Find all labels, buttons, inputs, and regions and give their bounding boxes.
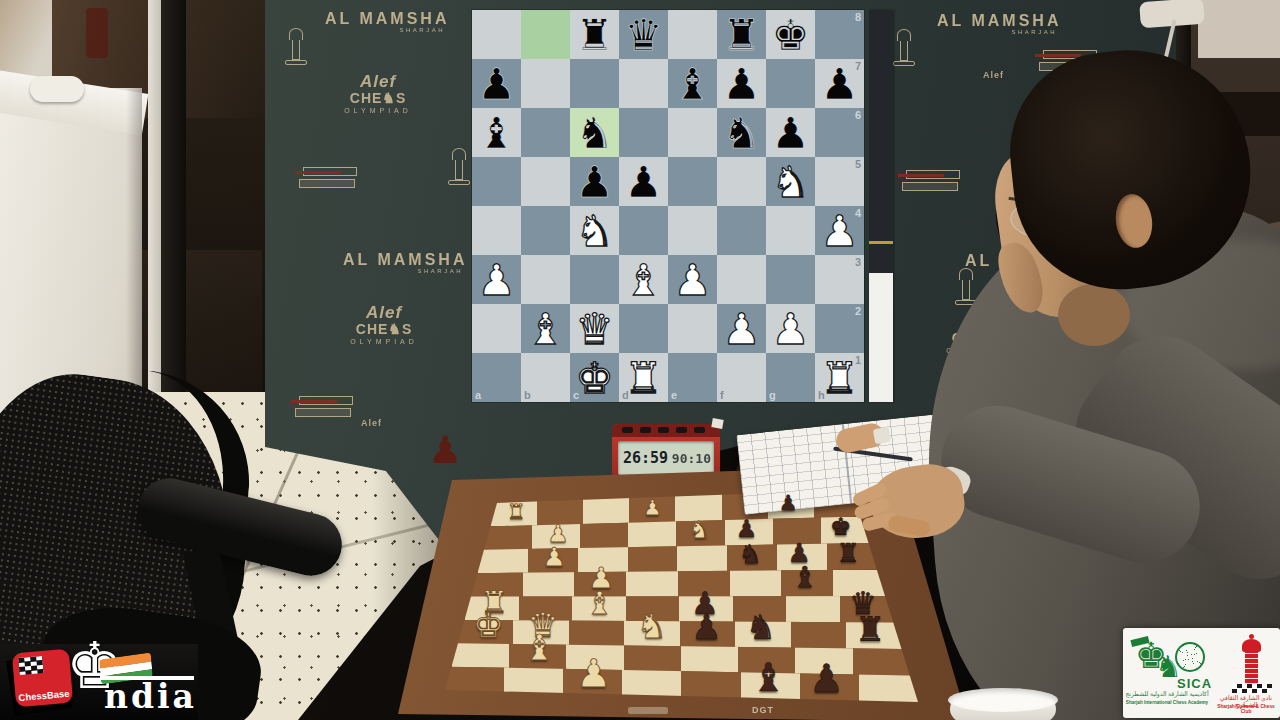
- square-h7: 7♟: [815, 59, 864, 108]
- piece-g5: ♞: [766, 157, 815, 206]
- square-b6: [521, 108, 570, 157]
- square-h8: 8: [815, 10, 864, 59]
- player-neck: [1058, 284, 1130, 346]
- board-front-print: [628, 707, 668, 714]
- square-a2: [472, 304, 521, 353]
- square-d1: d♜: [619, 353, 668, 402]
- physical-piece-a6: ♝: [751, 657, 786, 696]
- square-d7: [619, 59, 668, 108]
- piece-g8: ♚: [766, 10, 815, 59]
- file-label-b: b: [524, 389, 531, 401]
- square-d5: ♟: [619, 157, 668, 206]
- square-a5: [472, 157, 521, 206]
- piece-c5: ♟: [570, 157, 619, 206]
- sica-arabic-name: أكاديمية الشارقة الدولية للشطرنج: [1125, 690, 1209, 697]
- piece-a6: ♝: [472, 108, 521, 157]
- evaluation-marker: [869, 241, 893, 244]
- square-h3: 3: [815, 255, 864, 304]
- square-c7: [570, 59, 619, 108]
- square-b5: [521, 157, 570, 206]
- square-e4: [668, 206, 717, 255]
- broadcast-frame: AL MAMSHASHARJAHAL MAMSHASHARJAHAL MAMSH…: [0, 0, 1280, 720]
- square-g7: [766, 59, 815, 108]
- square-c4: ♞: [570, 206, 619, 255]
- square-a7: ♟: [472, 59, 521, 108]
- square-c6: ♞: [570, 108, 619, 157]
- shirt-cuff: [873, 427, 891, 445]
- physical-piece-g6: ♟: [736, 517, 758, 541]
- physical-piece-f8: ♜: [836, 540, 859, 566]
- physical-piece-b2: ♝: [523, 631, 555, 667]
- piece-a7: ♟: [472, 59, 521, 108]
- square-a1: a: [472, 353, 521, 402]
- square-a3: ♟: [472, 255, 521, 304]
- square-e3: ♟: [668, 255, 717, 304]
- square-a4: [472, 206, 521, 255]
- board-brand-label: DGT: [752, 705, 774, 715]
- square-g1: g: [766, 353, 815, 402]
- checkered-base-icon: [1232, 684, 1272, 693]
- square-f4: [717, 206, 766, 255]
- physical-piece-h1: ♜: [507, 502, 526, 523]
- square-e7: ♝: [668, 59, 717, 108]
- file-label-e: e: [671, 389, 677, 401]
- physical-piece-h4: ♟: [643, 497, 662, 518]
- ferris-wheel-icon: [1175, 642, 1205, 672]
- square-d2: [619, 304, 668, 353]
- square-h5: 5: [815, 157, 864, 206]
- physical-piece-a3: ♟: [576, 653, 611, 692]
- piece-h4: ♟: [815, 206, 864, 255]
- physical-piece-f6: ♞: [739, 541, 762, 567]
- square-g4: [766, 206, 815, 255]
- square-c8: ♜: [570, 10, 619, 59]
- piece-f2: ♟: [717, 304, 766, 353]
- piece-f8: ♜: [717, 10, 766, 59]
- piece-d3: ♝: [619, 255, 668, 304]
- square-d8: ♛: [619, 10, 668, 59]
- evaluation-bar: [869, 10, 893, 402]
- physical-piece-f2: ♟: [543, 544, 566, 570]
- piece-b2: ♝: [521, 304, 570, 353]
- square-f1: f: [717, 353, 766, 402]
- physical-piece-h7: ♟: [779, 493, 798, 514]
- square-f3: [717, 255, 766, 304]
- square-d3: ♝: [619, 255, 668, 304]
- piece-c8: ♜: [570, 10, 619, 59]
- square-h2: 2: [815, 304, 864, 353]
- cup-rim: [948, 688, 1058, 712]
- square-d4: [619, 206, 668, 255]
- square-c1: c♚: [570, 353, 619, 402]
- square-f7: ♟: [717, 59, 766, 108]
- square-b1: b: [521, 353, 570, 402]
- square-d6: [619, 108, 668, 157]
- chessbase-logo: ChessBase: [12, 649, 73, 708]
- sica-english-name: Sharjah International Chess Academy: [1125, 700, 1209, 705]
- physical-piece-g5: ♞: [689, 518, 711, 542]
- square-e8: [668, 10, 717, 59]
- chessbase-label: ChessBase: [15, 687, 73, 703]
- physical-piece-c4: ♞: [637, 609, 667, 643]
- sica-acronym: SICA: [1177, 676, 1212, 691]
- club-english-name: Sharjah Cultural & Chess Club: [1213, 704, 1279, 714]
- digital-chessboard: ♜♛♜♚8♟♝♟7♟♝♞♞♟6♟♟♞5♞4♟♟♝♟3♝♛♟♟2abc♚d♜efg…: [472, 10, 864, 402]
- sponsor-card: ♚ ♞ SICA أكاديمية الشارقة الدولية للشطرن…: [1123, 628, 1280, 718]
- physical-piece-d3: ♝: [585, 587, 613, 618]
- square-f8: ♜: [717, 10, 766, 59]
- piece-d1: ♜: [619, 353, 668, 402]
- square-f6: ♞: [717, 108, 766, 157]
- file-label-f: f: [720, 389, 724, 401]
- piece-e3: ♟: [668, 255, 717, 304]
- square-b7: [521, 59, 570, 108]
- rank-label-5: 5: [855, 158, 861, 170]
- square-h1: 1h♜: [815, 353, 864, 402]
- square-h4: 4♟: [815, 206, 864, 255]
- board-row: [471, 570, 885, 597]
- piece-g2: ♟: [766, 304, 815, 353]
- piece-g6: ♟: [766, 108, 815, 157]
- piece-d5: ♟: [619, 157, 668, 206]
- square-b8: [521, 10, 570, 59]
- square-f5: [717, 157, 766, 206]
- square-e6: [668, 108, 717, 157]
- chessboard-pattern-icon: [18, 656, 43, 675]
- square-g5: ♞: [766, 157, 815, 206]
- physical-piece-g8: ♚: [830, 515, 852, 539]
- square-c2: ♛: [570, 304, 619, 353]
- square-b4: [521, 206, 570, 255]
- piece-h1: ♜: [815, 353, 864, 402]
- rank-label-6: 6: [855, 109, 861, 121]
- piece-c1: ♚: [570, 353, 619, 402]
- square-e5: [668, 157, 717, 206]
- piece-e7: ♝: [668, 59, 717, 108]
- physical-piece-a7: ♟: [809, 658, 844, 697]
- tower-body-icon: [1245, 652, 1258, 684]
- piece-f6: ♞: [717, 108, 766, 157]
- piece-a3: ♟: [472, 255, 521, 304]
- physical-piece-c8: ♜: [855, 612, 885, 646]
- square-e2: [668, 304, 717, 353]
- piece-f7: ♟: [717, 59, 766, 108]
- paper-cup: [948, 688, 1058, 720]
- file-label-a: a: [475, 389, 481, 401]
- rank-label-3: 3: [855, 256, 861, 268]
- square-b3: [521, 255, 570, 304]
- piece-h7: ♟: [815, 59, 864, 108]
- rank-label-2: 2: [855, 305, 861, 317]
- file-label-g: g: [769, 389, 776, 401]
- square-g3: [766, 255, 815, 304]
- physical-piece-e7: ♝: [792, 564, 818, 593]
- square-b2: ♝: [521, 304, 570, 353]
- square-c5: ♟: [570, 157, 619, 206]
- square-e1: e: [668, 353, 717, 402]
- piece-c2: ♛: [570, 304, 619, 353]
- square-g8: ♚: [766, 10, 815, 59]
- square-a6: ♝: [472, 108, 521, 157]
- evaluation-white-share: [869, 273, 893, 402]
- rank-label-8: 8: [855, 11, 861, 23]
- square-g6: ♟: [766, 108, 815, 157]
- india-wordmark: ndia: [104, 680, 197, 713]
- square-h6: 6: [815, 108, 864, 157]
- piece-c4: ♞: [570, 206, 619, 255]
- square-a8: [472, 10, 521, 59]
- square-f2: ♟: [717, 304, 766, 353]
- physical-piece-c5: ♟: [691, 610, 721, 644]
- tower-dome-icon: [1242, 639, 1261, 652]
- physical-piece-c1: ♚: [473, 608, 503, 642]
- piece-c6: ♞: [570, 108, 619, 157]
- square-c3: [570, 255, 619, 304]
- piece-d8: ♛: [619, 10, 668, 59]
- physical-piece-c6: ♞: [746, 610, 776, 644]
- square-g2: ♟: [766, 304, 815, 353]
